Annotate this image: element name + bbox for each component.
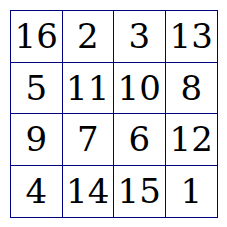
grid-cell: 13 [166, 11, 218, 63]
grid-cell: 16 [11, 11, 63, 63]
grid-cell: 10 [114, 63, 166, 115]
grid-cell: 7 [63, 114, 115, 166]
grid-cell: 15 [114, 166, 166, 218]
grid-cell: 3 [114, 11, 166, 63]
grid-cell: 4 [11, 166, 63, 218]
grid-cell: 14 [63, 166, 115, 218]
grid-cell: 1 [166, 166, 218, 218]
grid-cell: 6 [114, 114, 166, 166]
grid-cell: 12 [166, 114, 218, 166]
grid-cell: 2 [63, 11, 115, 63]
grid-cell: 5 [11, 63, 63, 115]
grid-cell: 9 [11, 114, 63, 166]
magic-square-board: 16231351110897612414151 [10, 10, 218, 218]
grid-cell: 11 [63, 63, 115, 115]
grid-cell: 8 [166, 63, 218, 115]
